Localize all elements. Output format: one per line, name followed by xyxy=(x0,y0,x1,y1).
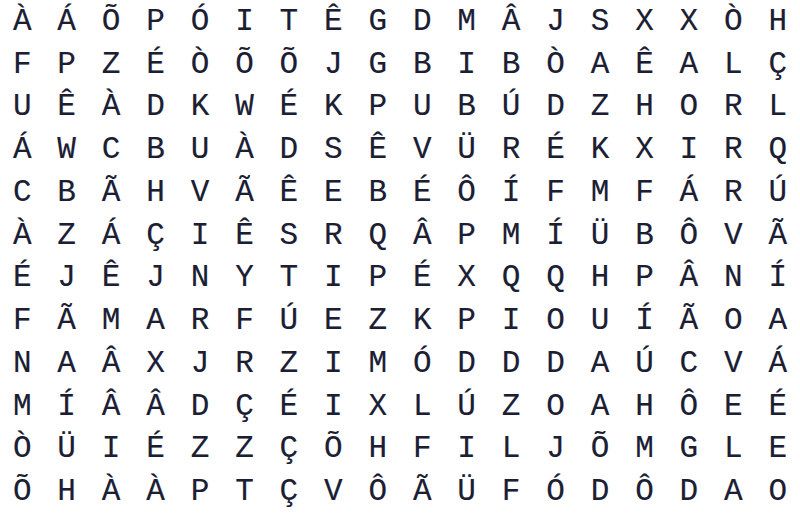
grid-cell[interactable]: M xyxy=(489,214,533,257)
grid-cell[interactable]: Á xyxy=(44,0,88,43)
grid-cell[interactable]: R xyxy=(711,128,755,171)
grid-cell[interactable]: À xyxy=(222,128,266,171)
grid-cell[interactable]: H xyxy=(622,86,666,129)
grid-cell[interactable]: R xyxy=(489,128,533,171)
grid-cell[interactable]: À xyxy=(0,214,44,257)
grid-cell[interactable]: Â xyxy=(133,385,177,428)
grid-cell[interactable]: D xyxy=(444,342,488,385)
grid-cell[interactable]: V xyxy=(311,470,355,513)
grid-cell[interactable]: Ê xyxy=(44,86,88,129)
grid-cell[interactable]: Ç xyxy=(756,43,800,86)
grid-cell[interactable]: D xyxy=(267,128,311,171)
grid-cell[interactable]: Ã xyxy=(756,214,800,257)
grid-cell[interactable]: Ò xyxy=(711,0,755,43)
grid-cell[interactable]: Í xyxy=(533,214,577,257)
grid-cell[interactable]: Í xyxy=(44,385,88,428)
grid-cell[interactable]: É xyxy=(400,171,444,214)
grid-cell[interactable]: Ó xyxy=(178,0,222,43)
grid-cell[interactable]: L xyxy=(756,86,800,129)
grid-cell[interactable]: D xyxy=(533,342,577,385)
grid-cell[interactable]: P xyxy=(133,0,177,43)
grid-cell[interactable]: D xyxy=(400,0,444,43)
grid-cell[interactable]: R xyxy=(311,214,355,257)
grid-cell[interactable]: Z xyxy=(89,43,133,86)
grid-cell[interactable]: Ê xyxy=(311,0,355,43)
grid-cell[interactable]: Ç xyxy=(133,214,177,257)
grid-cell[interactable]: O xyxy=(756,470,800,513)
grid-cell[interactable]: D xyxy=(489,342,533,385)
grid-cell[interactable]: À xyxy=(133,470,177,513)
grid-cell[interactable]: À xyxy=(0,0,44,43)
grid-cell[interactable]: Q xyxy=(356,214,400,257)
grid-cell[interactable]: V xyxy=(711,214,755,257)
grid-cell[interactable]: P xyxy=(444,214,488,257)
grid-cell[interactable]: Q xyxy=(533,257,577,300)
grid-cell[interactable]: Í xyxy=(622,299,666,342)
grid-cell[interactable]: É xyxy=(267,385,311,428)
grid-cell[interactable]: B xyxy=(133,128,177,171)
grid-cell[interactable]: Ü xyxy=(444,128,488,171)
grid-cell[interactable]: P xyxy=(356,257,400,300)
grid-cell[interactable]: Z xyxy=(44,214,88,257)
grid-cell[interactable]: Ó xyxy=(533,470,577,513)
letter-grid: ÀÁÕPÓITÊGDMÂJSXXÒHFPZÉÒÕÕJGBIBÒAÊALÇUÊÀD… xyxy=(0,0,800,513)
grid-cell[interactable]: F xyxy=(0,43,44,86)
grid-cell[interactable]: I xyxy=(222,0,266,43)
grid-cell[interactable]: I xyxy=(444,428,488,471)
grid-cell[interactable]: Â xyxy=(89,385,133,428)
grid-cell[interactable]: Õ xyxy=(222,43,266,86)
grid-cell[interactable]: F xyxy=(400,428,444,471)
grid-cell[interactable]: S xyxy=(311,128,355,171)
grid-cell[interactable]: R xyxy=(711,171,755,214)
grid-cell[interactable]: C xyxy=(667,342,711,385)
grid-cell[interactable]: M xyxy=(622,428,666,471)
grid-cell[interactable]: É xyxy=(267,86,311,129)
grid-cell[interactable]: T xyxy=(222,470,266,513)
grid-cell[interactable]: I xyxy=(178,214,222,257)
grid-cell[interactable]: A xyxy=(44,342,88,385)
grid-cell[interactable]: X xyxy=(667,0,711,43)
grid-cell[interactable]: B xyxy=(489,43,533,86)
grid-cell[interactable]: X xyxy=(622,0,666,43)
grid-cell[interactable]: L xyxy=(489,428,533,471)
grid-cell[interactable]: Ò xyxy=(533,43,577,86)
grid-cell[interactable]: U xyxy=(400,86,444,129)
grid-cell[interactable]: Y xyxy=(222,257,266,300)
grid-cell[interactable]: Z xyxy=(489,385,533,428)
grid-cell[interactable]: Z xyxy=(578,86,622,129)
grid-cell[interactable]: K xyxy=(578,128,622,171)
grid-cell[interactable]: P xyxy=(444,299,488,342)
grid-cell[interactable]: Z xyxy=(178,428,222,471)
grid-cell[interactable]: Ò xyxy=(0,428,44,471)
grid-cell[interactable]: J xyxy=(44,257,88,300)
grid-cell[interactable]: O xyxy=(533,385,577,428)
grid-cell[interactable]: B xyxy=(44,171,88,214)
grid-cell[interactable]: F xyxy=(0,299,44,342)
grid-cell[interactable]: J xyxy=(178,342,222,385)
grid-cell[interactable]: H xyxy=(44,470,88,513)
grid-cell[interactable]: Ü xyxy=(578,214,622,257)
grid-cell[interactable]: C xyxy=(0,171,44,214)
grid-cell[interactable]: Ô xyxy=(444,171,488,214)
grid-cell[interactable]: Q xyxy=(489,257,533,300)
grid-cell[interactable]: P xyxy=(356,86,400,129)
grid-cell[interactable]: Ç xyxy=(222,385,266,428)
grid-cell[interactable]: Õ xyxy=(311,428,355,471)
grid-cell[interactable]: Ô xyxy=(356,470,400,513)
grid-cell[interactable]: Ê xyxy=(89,257,133,300)
grid-cell[interactable]: D xyxy=(578,470,622,513)
grid-cell[interactable]: Â xyxy=(400,214,444,257)
grid-cell[interactable]: I xyxy=(311,257,355,300)
grid-cell[interactable]: Õ xyxy=(89,0,133,43)
grid-cell[interactable]: P xyxy=(622,257,666,300)
grid-cell[interactable]: K xyxy=(178,86,222,129)
grid-cell[interactable]: X xyxy=(622,128,666,171)
grid-cell[interactable]: A xyxy=(667,43,711,86)
grid-cell[interactable]: Á xyxy=(89,214,133,257)
grid-cell[interactable]: M xyxy=(89,299,133,342)
grid-cell[interactable]: Ú xyxy=(489,86,533,129)
grid-cell[interactable]: V xyxy=(178,171,222,214)
grid-cell[interactable]: Ê xyxy=(222,214,266,257)
grid-cell[interactable]: E xyxy=(711,385,755,428)
grid-cell[interactable]: Á xyxy=(0,128,44,171)
grid-cell[interactable]: À xyxy=(89,470,133,513)
grid-cell[interactable]: I xyxy=(667,128,711,171)
grid-cell[interactable]: À xyxy=(89,86,133,129)
grid-cell[interactable]: Ç xyxy=(267,470,311,513)
grid-cell[interactable]: S xyxy=(578,0,622,43)
grid-cell[interactable]: P xyxy=(178,470,222,513)
grid-cell[interactable]: E xyxy=(311,171,355,214)
grid-cell[interactable]: O xyxy=(533,299,577,342)
grid-cell[interactable]: X xyxy=(356,385,400,428)
grid-cell[interactable]: É xyxy=(133,43,177,86)
grid-cell[interactable]: X xyxy=(444,257,488,300)
grid-cell[interactable]: I xyxy=(311,385,355,428)
grid-cell[interactable]: F xyxy=(622,171,666,214)
grid-cell[interactable]: É xyxy=(133,428,177,471)
grid-cell[interactable]: Ü xyxy=(444,470,488,513)
grid-cell[interactable]: Â xyxy=(667,257,711,300)
grid-cell[interactable]: Õ xyxy=(0,470,44,513)
grid-cell[interactable]: D xyxy=(178,385,222,428)
grid-cell[interactable]: I xyxy=(311,342,355,385)
grid-cell[interactable]: H xyxy=(622,385,666,428)
grid-cell[interactable]: Ú xyxy=(267,299,311,342)
grid-cell[interactable]: A xyxy=(133,299,177,342)
grid-cell[interactable]: O xyxy=(711,299,755,342)
grid-cell[interactable]: Á xyxy=(667,171,711,214)
grid-cell[interactable]: Z xyxy=(222,428,266,471)
grid-cell[interactable]: Ó xyxy=(400,342,444,385)
grid-cell[interactable]: F xyxy=(533,171,577,214)
grid-cell[interactable]: Ê xyxy=(356,128,400,171)
grid-cell[interactable]: Õ xyxy=(578,428,622,471)
grid-cell[interactable]: Ú xyxy=(444,385,488,428)
grid-cell[interactable]: K xyxy=(400,299,444,342)
grid-cell[interactable]: J xyxy=(311,43,355,86)
grid-cell[interactable]: Ô xyxy=(667,385,711,428)
grid-cell[interactable]: H xyxy=(756,0,800,43)
grid-cell[interactable]: Ê xyxy=(622,43,666,86)
grid-cell[interactable]: É xyxy=(0,257,44,300)
grid-cell[interactable]: E xyxy=(311,299,355,342)
grid-cell[interactable]: D xyxy=(133,86,177,129)
grid-cell[interactable]: A xyxy=(578,43,622,86)
grid-cell[interactable]: I xyxy=(89,428,133,471)
grid-cell[interactable]: P xyxy=(44,43,88,86)
grid-cell[interactable]: W xyxy=(44,128,88,171)
grid-cell[interactable]: R xyxy=(178,299,222,342)
grid-cell[interactable]: D xyxy=(667,470,711,513)
grid-cell[interactable]: N xyxy=(178,257,222,300)
grid-cell[interactable]: U xyxy=(178,128,222,171)
grid-cell[interactable]: Â xyxy=(89,342,133,385)
grid-cell[interactable]: Ã xyxy=(89,171,133,214)
grid-cell[interactable]: Á xyxy=(756,342,800,385)
grid-cell[interactable]: M xyxy=(356,342,400,385)
grid-cell[interactable]: A xyxy=(711,470,755,513)
grid-cell[interactable]: B xyxy=(400,43,444,86)
grid-cell[interactable]: B xyxy=(622,214,666,257)
grid-cell[interactable]: N xyxy=(711,257,755,300)
grid-cell[interactable]: Ú xyxy=(622,342,666,385)
grid-cell[interactable]: Ã xyxy=(222,171,266,214)
grid-cell[interactable]: L xyxy=(400,385,444,428)
grid-cell[interactable]: C xyxy=(89,128,133,171)
grid-cell[interactable]: I xyxy=(489,299,533,342)
grid-cell[interactable]: E xyxy=(756,428,800,471)
grid-cell[interactable]: H xyxy=(578,257,622,300)
grid-cell[interactable]: L xyxy=(711,428,755,471)
grid-cell[interactable]: Â xyxy=(489,0,533,43)
grid-cell[interactable]: V xyxy=(400,128,444,171)
grid-cell[interactable]: R xyxy=(222,342,266,385)
grid-cell[interactable]: Z xyxy=(356,299,400,342)
grid-cell[interactable]: F xyxy=(222,299,266,342)
grid-cell[interactable]: T xyxy=(267,0,311,43)
grid-cell[interactable]: R xyxy=(711,86,755,129)
grid-cell[interactable]: B xyxy=(444,86,488,129)
grid-cell[interactable]: N xyxy=(0,342,44,385)
word-search-board: ÀÁÕPÓITÊGDMÂJSXXÒHFPZÉÒÕÕJGBIBÒAÊALÇUÊÀD… xyxy=(0,0,800,513)
grid-cell[interactable]: K xyxy=(311,86,355,129)
grid-cell[interactable]: Ê xyxy=(267,171,311,214)
grid-cell[interactable]: Õ xyxy=(267,43,311,86)
grid-cell[interactable]: Ã xyxy=(400,470,444,513)
grid-cell[interactable]: Í xyxy=(489,171,533,214)
grid-cell[interactable]: U xyxy=(578,299,622,342)
grid-cell[interactable]: H xyxy=(133,171,177,214)
grid-cell[interactable]: L xyxy=(711,43,755,86)
grid-cell[interactable]: M xyxy=(578,171,622,214)
grid-cell[interactable]: D xyxy=(533,86,577,129)
grid-cell[interactable]: S xyxy=(267,214,311,257)
grid-cell[interactable]: Ü xyxy=(44,428,88,471)
grid-cell[interactable]: Ú xyxy=(756,171,800,214)
grid-cell[interactable]: É xyxy=(400,257,444,300)
grid-cell[interactable]: Q xyxy=(756,128,800,171)
grid-cell[interactable]: J xyxy=(533,0,577,43)
grid-cell[interactable]: A xyxy=(756,299,800,342)
grid-cell[interactable]: X xyxy=(133,342,177,385)
grid-cell[interactable]: Í xyxy=(756,257,800,300)
grid-cell[interactable]: Ç xyxy=(267,428,311,471)
grid-cell[interactable]: J xyxy=(533,428,577,471)
grid-cell[interactable]: H xyxy=(356,428,400,471)
grid-cell[interactable]: A xyxy=(578,385,622,428)
grid-cell[interactable]: A xyxy=(578,342,622,385)
grid-cell[interactable]: Z xyxy=(267,342,311,385)
grid-cell[interactable]: G xyxy=(667,428,711,471)
grid-cell[interactable]: Ã xyxy=(44,299,88,342)
grid-cell[interactable]: V xyxy=(711,342,755,385)
grid-cell[interactable]: B xyxy=(356,171,400,214)
grid-cell[interactable]: O xyxy=(667,86,711,129)
grid-cell[interactable]: M xyxy=(0,385,44,428)
grid-cell[interactable]: I xyxy=(444,43,488,86)
grid-cell[interactable]: É xyxy=(533,128,577,171)
grid-cell[interactable]: Ô xyxy=(667,214,711,257)
grid-cell[interactable]: Ô xyxy=(622,470,666,513)
grid-cell[interactable]: W xyxy=(222,86,266,129)
grid-cell[interactable]: G xyxy=(356,43,400,86)
grid-cell[interactable]: Ã xyxy=(667,299,711,342)
grid-cell[interactable]: F xyxy=(489,470,533,513)
grid-cell[interactable]: T xyxy=(267,257,311,300)
grid-cell[interactable]: U xyxy=(0,86,44,129)
grid-cell[interactable]: J xyxy=(133,257,177,300)
grid-cell[interactable]: É xyxy=(756,385,800,428)
grid-cell[interactable]: G xyxy=(356,0,400,43)
grid-cell[interactable]: M xyxy=(444,0,488,43)
grid-cell[interactable]: Ò xyxy=(178,43,222,86)
